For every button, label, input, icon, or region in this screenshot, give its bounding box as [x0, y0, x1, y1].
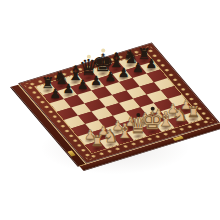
white-rook-icon: ♜: [187, 105, 200, 120]
chess-set-photo: ♜♞♝♛♚♝♞♜♟♟♟♟♟♟♟♟♟♟♟♟♟♟♟♟♜♞♝♛♚♝♞♜: [0, 0, 220, 220]
black-pawn-icon: ♟: [77, 78, 89, 91]
black-pawn-icon: ♟: [104, 70, 116, 83]
black-pawn-icon: ♟: [63, 82, 75, 95]
black-pawn-icon: ♟: [49, 87, 61, 100]
white-knight-icon: ♞: [172, 106, 188, 124]
finial-tip: [150, 107, 154, 111]
finial-tip: [101, 49, 105, 53]
finial-tip: [87, 55, 91, 59]
black-pawn-icon: ♟: [132, 61, 144, 74]
finial-tip: [136, 113, 140, 117]
black-pawn-icon: ♟: [118, 65, 130, 78]
black-pawn-icon: ♟: [146, 57, 158, 70]
black-pawn-icon: ♟: [90, 74, 102, 87]
brass-clasp-icon: [67, 151, 76, 157]
